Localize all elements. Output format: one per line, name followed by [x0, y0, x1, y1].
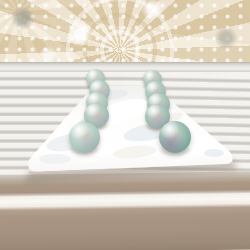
pearl-reflection: [165, 156, 192, 165]
display-tray: [0, 0, 250, 250]
photo-scene: [0, 0, 250, 250]
pearl-left-5-front: [69, 122, 100, 153]
pearl-reflection: [75, 156, 101, 165]
pearl-right-5-front: [159, 121, 191, 153]
